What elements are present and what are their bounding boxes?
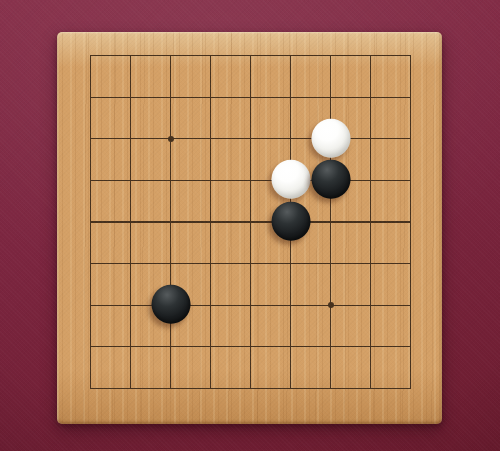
point-D9[interactable]: [191, 35, 231, 77]
point-E5[interactable]: [231, 201, 271, 243]
point-E9[interactable]: [231, 35, 271, 77]
point-J8[interactable]: [391, 76, 431, 118]
point-J1[interactable]: [391, 368, 431, 410]
star-point-C7: [168, 136, 174, 142]
point-F4[interactable]: [271, 243, 311, 285]
point-H3[interactable]: [351, 284, 391, 326]
point-H1[interactable]: [351, 368, 391, 410]
point-A7[interactable]: [71, 118, 111, 160]
point-F9[interactable]: [271, 35, 311, 77]
point-C3[interactable]: [151, 284, 191, 326]
point-J6[interactable]: [391, 160, 431, 202]
point-F6[interactable]: [271, 160, 311, 202]
point-H5[interactable]: [351, 201, 391, 243]
point-H4[interactable]: [351, 243, 391, 285]
point-B2[interactable]: [111, 326, 151, 368]
point-D8[interactable]: [191, 76, 231, 118]
point-G5[interactable]: [311, 201, 351, 243]
point-J9[interactable]: [391, 35, 431, 77]
point-D7[interactable]: [191, 118, 231, 160]
point-G6[interactable]: [311, 160, 351, 202]
point-D3[interactable]: [191, 284, 231, 326]
point-J5[interactable]: [391, 201, 431, 243]
point-B3[interactable]: [111, 284, 151, 326]
point-G1[interactable]: [311, 368, 351, 410]
point-F7[interactable]: [271, 118, 311, 160]
point-E2[interactable]: [231, 326, 271, 368]
point-F5[interactable]: [271, 201, 311, 243]
point-C8[interactable]: [151, 76, 191, 118]
point-H7[interactable]: [351, 118, 391, 160]
point-B1[interactable]: [111, 368, 151, 410]
point-E3[interactable]: [231, 284, 271, 326]
point-E6[interactable]: [231, 160, 271, 202]
point-E7[interactable]: [231, 118, 271, 160]
board-intersections: [71, 35, 431, 410]
table-cloth: [0, 0, 500, 451]
point-J7[interactable]: [391, 118, 431, 160]
point-J2[interactable]: [391, 326, 431, 368]
white-stone-G7[interactable]: [311, 118, 350, 157]
point-G3[interactable]: [311, 284, 351, 326]
point-H2[interactable]: [351, 326, 391, 368]
point-C2[interactable]: [151, 326, 191, 368]
point-B4[interactable]: [111, 243, 151, 285]
point-D1[interactable]: [191, 368, 231, 410]
point-A1[interactable]: [71, 368, 111, 410]
point-B6[interactable]: [111, 160, 151, 202]
point-H6[interactable]: [351, 160, 391, 202]
point-E4[interactable]: [231, 243, 271, 285]
point-C7[interactable]: [151, 118, 191, 160]
point-D4[interactable]: [191, 243, 231, 285]
go-board: [57, 32, 442, 424]
point-D6[interactable]: [191, 160, 231, 202]
point-G9[interactable]: [311, 35, 351, 77]
point-C5[interactable]: [151, 201, 191, 243]
point-H8[interactable]: [351, 76, 391, 118]
point-H9[interactable]: [351, 35, 391, 77]
point-G7[interactable]: [311, 118, 351, 160]
point-G8[interactable]: [311, 76, 351, 118]
point-C6[interactable]: [151, 160, 191, 202]
point-A4[interactable]: [71, 243, 111, 285]
point-A9[interactable]: [71, 35, 111, 77]
point-A6[interactable]: [71, 160, 111, 202]
point-J3[interactable]: [391, 284, 431, 326]
point-D5[interactable]: [191, 201, 231, 243]
point-A5[interactable]: [71, 201, 111, 243]
white-stone-F6[interactable]: [271, 160, 310, 199]
point-F2[interactable]: [271, 326, 311, 368]
point-F3[interactable]: [271, 284, 311, 326]
point-E8[interactable]: [231, 76, 271, 118]
black-stone-F5[interactable]: [271, 202, 310, 241]
black-stone-G6[interactable]: [311, 160, 350, 199]
point-A8[interactable]: [71, 76, 111, 118]
point-F1[interactable]: [271, 368, 311, 410]
black-stone-C3[interactable]: [151, 285, 190, 324]
point-G2[interactable]: [311, 326, 351, 368]
point-J4[interactable]: [391, 243, 431, 285]
point-B5[interactable]: [111, 201, 151, 243]
point-C4[interactable]: [151, 243, 191, 285]
point-E1[interactable]: [231, 368, 271, 410]
point-C9[interactable]: [151, 35, 191, 77]
point-B7[interactable]: [111, 118, 151, 160]
point-G4[interactable]: [311, 243, 351, 285]
point-A2[interactable]: [71, 326, 111, 368]
point-C1[interactable]: [151, 368, 191, 410]
point-B9[interactable]: [111, 35, 151, 77]
point-B8[interactable]: [111, 76, 151, 118]
point-A3[interactable]: [71, 284, 111, 326]
star-point-G3: [328, 302, 334, 308]
point-F8[interactable]: [271, 76, 311, 118]
point-D2[interactable]: [191, 326, 231, 368]
